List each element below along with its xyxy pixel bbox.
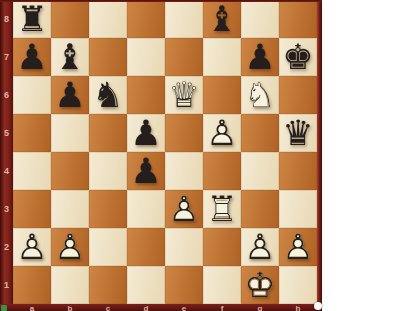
piece-black-pawn[interactable]: ♟ <box>241 38 279 76</box>
piece-white-pawn[interactable]: ♟♙ <box>13 228 51 266</box>
square-b5[interactable] <box>51 114 89 152</box>
square-c4[interactable] <box>89 152 127 190</box>
square-g3[interactable] <box>241 190 279 228</box>
file-label-f: f <box>203 304 241 311</box>
piece-outline-glyph: ♙ <box>165 190 203 228</box>
square-f7[interactable] <box>203 38 241 76</box>
piece-outline-glyph: ♙ <box>51 228 89 266</box>
rank-label-5: 5 <box>0 114 13 152</box>
piece-black-pawn[interactable]: ♟ <box>51 76 89 114</box>
square-g2[interactable]: ♟♙ <box>241 228 279 266</box>
piece-glyph: ♚ <box>279 38 317 76</box>
piece-glyph: ♛ <box>279 114 317 152</box>
piece-black-queen[interactable]: ♛ <box>279 114 317 152</box>
square-a4[interactable] <box>13 152 51 190</box>
rank-label-4: 4 <box>0 152 13 190</box>
square-a7[interactable]: ♟ <box>13 38 51 76</box>
square-d3[interactable] <box>127 190 165 228</box>
piece-glyph: ♝ <box>203 0 241 38</box>
square-f5[interactable]: ♟♙ <box>203 114 241 152</box>
square-a6[interactable] <box>13 76 51 114</box>
square-b3[interactable] <box>51 190 89 228</box>
piece-white-rook[interactable]: ♜♖ <box>203 190 241 228</box>
square-a8[interactable]: ♜ <box>13 0 51 38</box>
file-label-e: e <box>165 304 203 311</box>
piece-black-pawn[interactable]: ♟ <box>127 114 165 152</box>
square-e3[interactable]: ♟♙ <box>165 190 203 228</box>
square-h7[interactable]: ♚ <box>279 38 317 76</box>
piece-outline-glyph: ♕ <box>165 76 203 114</box>
piece-outline-glyph: ♔ <box>241 266 279 304</box>
square-g7[interactable]: ♟ <box>241 38 279 76</box>
file-label-a: a <box>13 304 51 311</box>
piece-black-rook[interactable]: ♜ <box>13 0 51 38</box>
square-d2[interactable] <box>127 228 165 266</box>
piece-outline-glyph: ♘ <box>241 76 279 114</box>
square-d6[interactable] <box>127 76 165 114</box>
piece-white-king[interactable]: ♚♔ <box>241 266 279 304</box>
square-e6[interactable]: ♛♕ <box>165 76 203 114</box>
square-h3[interactable] <box>279 190 317 228</box>
piece-glyph: ♟ <box>13 38 51 76</box>
piece-glyph: ♟ <box>51 76 89 114</box>
square-b2[interactable]: ♟♙ <box>51 228 89 266</box>
square-h1[interactable] <box>279 266 317 304</box>
board-border-top <box>0 0 322 2</box>
square-e5[interactable] <box>165 114 203 152</box>
board-grid: ♜♝♟♝♟♚♟♞♛♕♞♘♟♟♙♛♟♟♙♜♖♟♙♟♙♟♙♟♙♚♔ <box>13 0 317 304</box>
square-g8[interactable] <box>241 0 279 38</box>
square-g4[interactable] <box>241 152 279 190</box>
square-f4[interactable] <box>203 152 241 190</box>
piece-black-pawn[interactable]: ♟ <box>127 152 165 190</box>
square-a1[interactable] <box>13 266 51 304</box>
piece-outline-glyph: ♙ <box>13 228 51 266</box>
square-d8[interactable] <box>127 0 165 38</box>
rank-label-1: 1 <box>0 266 13 304</box>
square-b8[interactable] <box>51 0 89 38</box>
file-coordinates: abcdefgh <box>0 304 322 311</box>
square-b6[interactable]: ♟ <box>51 76 89 114</box>
square-h2[interactable]: ♟♙ <box>279 228 317 266</box>
file-label-g: g <box>241 304 279 311</box>
piece-white-pawn[interactable]: ♟♙ <box>279 228 317 266</box>
square-a5[interactable] <box>13 114 51 152</box>
piece-white-pawn[interactable]: ♟♙ <box>241 228 279 266</box>
square-e1[interactable] <box>165 266 203 304</box>
file-label-d: d <box>127 304 165 311</box>
rank-label-6: 6 <box>0 76 13 114</box>
square-b1[interactable] <box>51 266 89 304</box>
square-c7[interactable] <box>89 38 127 76</box>
square-f8[interactable]: ♝ <box>203 0 241 38</box>
square-f2[interactable] <box>203 228 241 266</box>
piece-white-queen[interactable]: ♛♕ <box>165 76 203 114</box>
piece-glyph: ♞ <box>89 76 127 114</box>
square-h4[interactable] <box>279 152 317 190</box>
page-background: { "game": "chess", "position": { "fen": … <box>0 0 414 311</box>
square-c1[interactable] <box>89 266 127 304</box>
square-g1[interactable]: ♚♔ <box>241 266 279 304</box>
piece-white-pawn[interactable]: ♟♙ <box>165 190 203 228</box>
piece-glyph: ♟ <box>241 38 279 76</box>
square-b7[interactable]: ♝ <box>51 38 89 76</box>
square-h5[interactable]: ♛ <box>279 114 317 152</box>
board-border-right <box>317 0 322 304</box>
green-corner-marker <box>1 305 7 311</box>
square-e7[interactable] <box>165 38 203 76</box>
rank-label-7: 7 <box>0 38 13 76</box>
square-d5[interactable]: ♟ <box>127 114 165 152</box>
piece-black-king[interactable]: ♚ <box>279 38 317 76</box>
square-g5[interactable] <box>241 114 279 152</box>
square-f3[interactable]: ♜♖ <box>203 190 241 228</box>
square-b4[interactable] <box>51 152 89 190</box>
square-c5[interactable] <box>89 114 127 152</box>
square-d4[interactable]: ♟ <box>127 152 165 190</box>
piece-glyph: ♝ <box>51 38 89 76</box>
square-g6[interactable]: ♞♘ <box>241 76 279 114</box>
piece-black-bishop[interactable]: ♝ <box>51 38 89 76</box>
square-h8[interactable] <box>279 0 317 38</box>
square-d1[interactable] <box>127 266 165 304</box>
piece-outline-glyph: ♙ <box>279 228 317 266</box>
piece-glyph: ♟ <box>127 152 165 190</box>
piece-white-knight[interactable]: ♞♘ <box>241 76 279 114</box>
piece-glyph: ♟ <box>127 114 165 152</box>
square-c2[interactable] <box>89 228 127 266</box>
square-a2[interactable]: ♟♙ <box>13 228 51 266</box>
rank-label-8: 8 <box>0 0 13 38</box>
square-f1[interactable] <box>203 266 241 304</box>
chessboard: 87654321 ♜♝♟♝♟♚♟♞♛♕♞♘♟♟♙♛♟♟♙♜♖♟♙♟♙♟♙♟♙♚♔… <box>0 0 322 311</box>
white-to-move-indicator <box>314 302 322 310</box>
piece-white-pawn[interactable]: ♟♙ <box>51 228 89 266</box>
rank-label-3: 3 <box>0 190 13 228</box>
piece-glyph: ♜ <box>13 0 51 38</box>
square-f6[interactable] <box>203 76 241 114</box>
square-c6[interactable]: ♞ <box>89 76 127 114</box>
square-h6[interactable] <box>279 76 317 114</box>
piece-outline-glyph: ♖ <box>203 190 241 228</box>
rank-label-2: 2 <box>0 228 13 266</box>
file-label-c: c <box>89 304 127 311</box>
piece-white-pawn[interactable]: ♟♙ <box>203 114 241 152</box>
square-a3[interactable] <box>13 190 51 228</box>
square-d7[interactable] <box>127 38 165 76</box>
square-e2[interactable] <box>165 228 203 266</box>
file-label-b: b <box>51 304 89 311</box>
square-e4[interactable] <box>165 152 203 190</box>
square-c8[interactable] <box>89 0 127 38</box>
piece-black-bishop[interactable]: ♝ <box>203 0 241 38</box>
piece-outline-glyph: ♙ <box>203 114 241 152</box>
square-c3[interactable] <box>89 190 127 228</box>
file-label-h: h <box>279 304 317 311</box>
piece-outline-glyph: ♙ <box>241 228 279 266</box>
piece-black-knight[interactable]: ♞ <box>89 76 127 114</box>
piece-black-pawn[interactable]: ♟ <box>13 38 51 76</box>
rank-coordinates: 87654321 <box>0 0 13 304</box>
square-e8[interactable] <box>165 0 203 38</box>
